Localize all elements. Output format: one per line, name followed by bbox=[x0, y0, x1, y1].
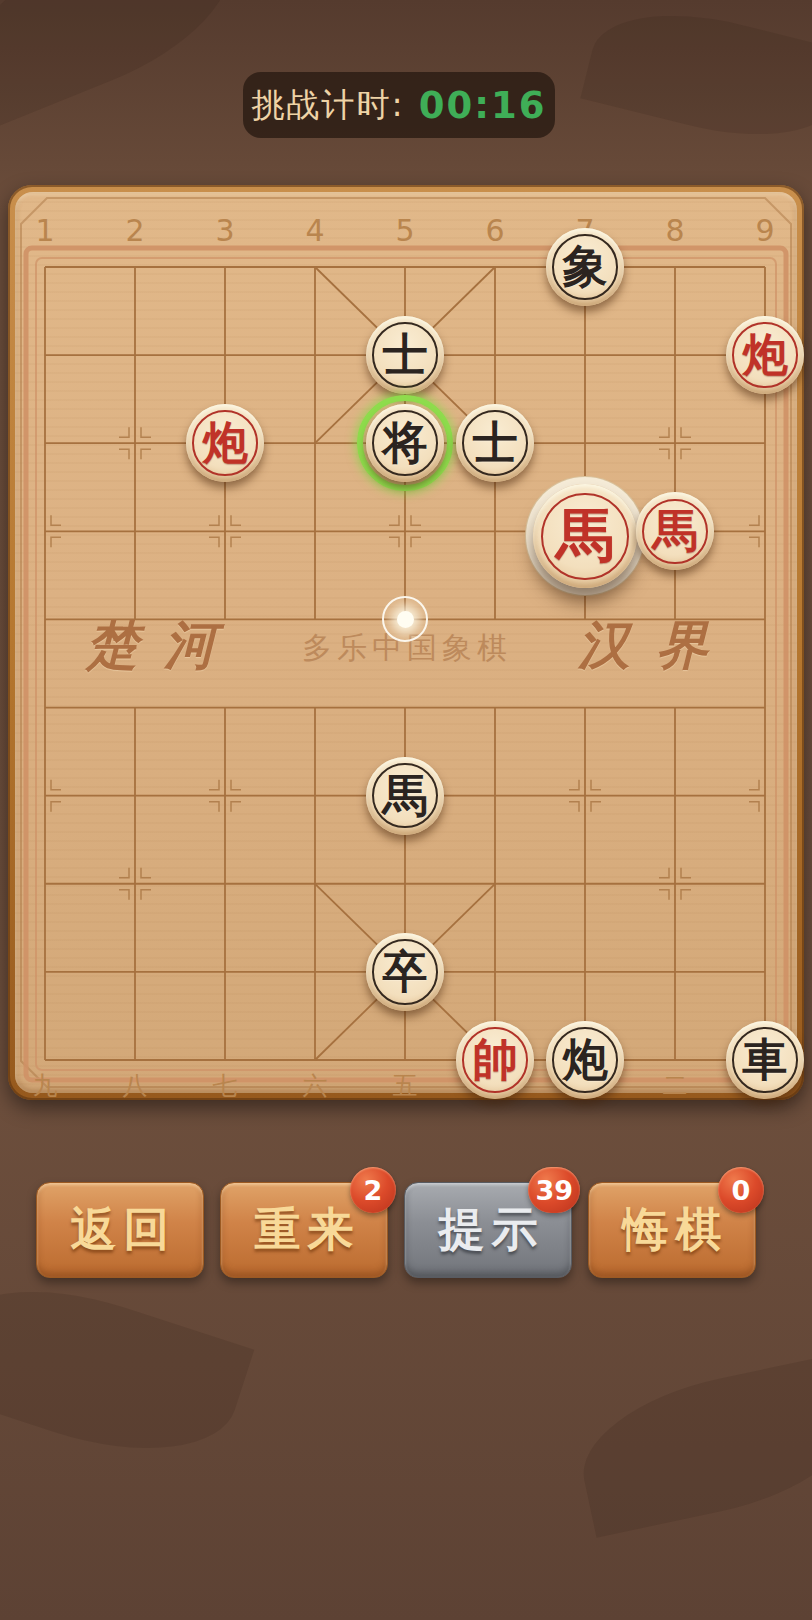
piece-character: 車 bbox=[743, 1030, 788, 1090]
piece-character: 士 bbox=[473, 413, 518, 473]
piece-black-advisor[interactable]: 士 bbox=[366, 316, 444, 394]
file-label-bottom-2: 八 bbox=[123, 1069, 148, 1102]
piece-disc: 卒 bbox=[366, 933, 444, 1011]
file-label-top-6: 6 bbox=[485, 213, 504, 248]
file-label-bottom-4: 六 bbox=[303, 1069, 328, 1102]
piece-character: 炮 bbox=[743, 325, 788, 385]
river-label-right: 汉界 bbox=[578, 611, 734, 681]
piece-disc: 馬 bbox=[366, 757, 444, 835]
piece-black-advisor[interactable]: 士 bbox=[456, 404, 534, 482]
piece-disc: 炮 bbox=[186, 404, 264, 482]
piece-red-horse[interactable]: 馬 bbox=[636, 492, 714, 570]
piece-character: 帥 bbox=[473, 1030, 518, 1090]
button-back[interactable]: 返回 bbox=[36, 1182, 204, 1278]
piece-black-cannon[interactable]: 炮 bbox=[546, 1021, 624, 1099]
background-leaf bbox=[0, 1257, 254, 1483]
piece-character: 炮 bbox=[563, 1030, 608, 1090]
piece-disc: 象 bbox=[546, 228, 624, 306]
challenge-timer-bar: 挑战计时: 00:16 bbox=[243, 72, 555, 138]
file-label-bottom-8: 二 bbox=[663, 1069, 688, 1102]
button-restart[interactable]: 重来2 bbox=[220, 1182, 388, 1278]
background-leaf bbox=[580, 0, 812, 159]
piece-red-cannon[interactable]: 炮 bbox=[726, 316, 804, 394]
piece-black-elephant[interactable]: 象 bbox=[546, 228, 624, 306]
piece-character: 卒 bbox=[383, 942, 428, 1002]
piece-disc: 炮 bbox=[726, 316, 804, 394]
badge-count: 0 bbox=[718, 1167, 764, 1213]
button-label: 重来 bbox=[248, 1199, 361, 1261]
button-label: 悔棋 bbox=[616, 1199, 729, 1261]
button-hint[interactable]: 提示39 bbox=[404, 1182, 572, 1278]
piece-disc: 車 bbox=[726, 1021, 804, 1099]
button-label: 提示 bbox=[432, 1199, 545, 1261]
file-label-top-8: 8 bbox=[665, 213, 684, 248]
button-undo[interactable]: 悔棋0 bbox=[588, 1182, 756, 1278]
timer-value: 00:16 bbox=[419, 84, 547, 127]
piece-disc: 炮 bbox=[546, 1021, 624, 1099]
badge-count: 2 bbox=[350, 1167, 396, 1213]
file-label-bottom-5: 五 bbox=[393, 1069, 418, 1102]
piece-character: 馬 bbox=[653, 501, 698, 561]
file-label-top-3: 3 bbox=[215, 213, 234, 248]
piece-character: 炮 bbox=[203, 413, 248, 473]
river-label-left: 楚河 bbox=[86, 611, 242, 681]
file-label-top-9: 9 bbox=[755, 213, 774, 248]
file-label-top-4: 4 bbox=[305, 213, 324, 248]
piece-character: 象 bbox=[563, 237, 608, 297]
piece-black-soldier[interactable]: 卒 bbox=[366, 933, 444, 1011]
piece-red-horse[interactable]: 馬 bbox=[533, 484, 637, 588]
file-label-bottom-1: 九 bbox=[33, 1069, 58, 1102]
piece-disc: 馬 bbox=[533, 484, 637, 588]
button-label: 返回 bbox=[64, 1199, 177, 1261]
badge-count: 39 bbox=[528, 1167, 580, 1213]
file-label-top-1: 1 bbox=[35, 213, 54, 248]
piece-disc: 士 bbox=[456, 404, 534, 482]
piece-red-cannon[interactable]: 炮 bbox=[186, 404, 264, 482]
piece-black-horse[interactable]: 馬 bbox=[366, 757, 444, 835]
piece-disc: 将 bbox=[366, 404, 444, 482]
xiangqi-board[interactable]: 楚河 多乐中国象棋 汉界 123456789九八七六五四三二一 象士炮炮将士馬馬… bbox=[8, 185, 804, 1100]
piece-character: 馬 bbox=[556, 497, 614, 575]
move-source-marker bbox=[382, 596, 428, 642]
background-leaf bbox=[570, 1352, 812, 1537]
piece-disc: 帥 bbox=[456, 1021, 534, 1099]
piece-disc: 士 bbox=[366, 316, 444, 394]
timer-label: 挑战计时: bbox=[252, 83, 405, 128]
piece-black-chariot[interactable]: 車 bbox=[726, 1021, 804, 1099]
background-leaf bbox=[0, 0, 254, 128]
piece-red-general[interactable]: 帥 bbox=[456, 1021, 534, 1099]
piece-character: 士 bbox=[383, 325, 428, 385]
piece-character: 将 bbox=[383, 413, 428, 473]
file-label-top-5: 5 bbox=[395, 213, 414, 248]
file-label-bottom-3: 七 bbox=[213, 1069, 238, 1102]
piece-character: 馬 bbox=[383, 766, 428, 826]
file-label-top-2: 2 bbox=[125, 213, 144, 248]
piece-black-general[interactable]: 将 bbox=[366, 404, 444, 482]
piece-disc: 馬 bbox=[636, 492, 714, 570]
